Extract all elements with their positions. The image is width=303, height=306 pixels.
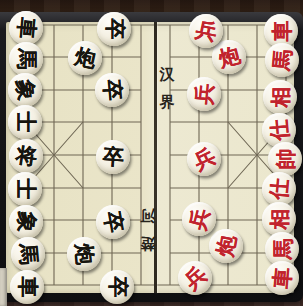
piece-black-horse-2[interactable]: 馬 (11, 237, 45, 271)
piece-black-advisor-1[interactable]: 士 (8, 105, 42, 139)
river-char: 界 (158, 94, 176, 110)
piece-glyph: 車 (11, 16, 41, 39)
piece-glyph: 卒 (103, 277, 131, 298)
piece-glyph: 象 (10, 78, 40, 101)
piece-red-soldier-4[interactable]: 兵 (182, 202, 216, 236)
piece-red-chariot-2[interactable]: 車 (265, 261, 299, 295)
piece-black-advisor-2[interactable]: 士 (8, 172, 42, 206)
piece-glyph: 兵 (193, 15, 219, 47)
piece-glyph: 車 (13, 277, 41, 298)
piece-black-horse-1[interactable]: 馬 (9, 42, 43, 76)
piece-glyph: 象 (11, 210, 41, 233)
piece-red-general[interactable]: 帥 (268, 142, 302, 176)
river-text-chuhe: 楚河 (139, 196, 157, 252)
piece-glyph: 将 (14, 141, 39, 172)
piece-glyph: 兵 (183, 205, 215, 233)
piece-glyph: 馬 (268, 239, 296, 260)
piece-black-cannon-2[interactable]: 炮 (67, 237, 101, 271)
piece-red-horse-1[interactable]: 馬 (265, 43, 299, 77)
piece-glyph: 兵 (189, 142, 220, 176)
piece-red-soldier-5[interactable]: 兵 (178, 261, 212, 295)
piece-black-soldier-5[interactable]: 卒 (100, 270, 134, 304)
piece-red-soldier-3[interactable]: 兵 (187, 142, 221, 176)
piece-glyph: 炮 (210, 233, 241, 259)
piece-red-advisor-2[interactable]: 仕 (262, 172, 296, 206)
piece-glyph: 卒 (97, 78, 127, 101)
piece-glyph: 炮 (69, 242, 99, 265)
piece-black-soldier-3[interactable]: 卒 (96, 140, 130, 174)
river-text-hanjie: 汉界 (158, 66, 176, 122)
board-grid (0, 0, 303, 306)
piece-red-elephant-1[interactable]: 相 (263, 80, 297, 114)
piece-glyph: 馬 (12, 49, 40, 70)
piece-glyph: 帥 (271, 149, 299, 170)
piece-glyph: 馬 (267, 48, 297, 71)
piece-glyph: 卒 (97, 209, 128, 235)
piece-glyph: 仕 (264, 177, 294, 200)
piece-red-elephant-2[interactable]: 相 (262, 202, 296, 236)
piece-glyph: 馬 (13, 242, 43, 265)
river-char: 河 (139, 208, 157, 224)
piece-black-cannon-1[interactable]: 炮 (68, 41, 102, 75)
piece-black-elephant-2[interactable]: 象 (9, 205, 43, 239)
piece-red-cannon-2[interactable]: 炮 (209, 229, 243, 263)
piece-glyph: 車 (267, 266, 297, 289)
piece-glyph: 炮 (72, 42, 98, 74)
piece-glyph: 士 (11, 112, 39, 133)
piece-black-soldier-4[interactable]: 卒 (96, 205, 130, 239)
piece-red-soldier-2[interactable]: 兵 (187, 77, 221, 111)
piece-glyph: 兵 (189, 82, 219, 105)
piece-black-general[interactable]: 将 (9, 139, 43, 173)
piece-glyph: 卒 (100, 19, 128, 40)
piece-glyph: 相 (266, 87, 294, 108)
piece-glyph: 卒 (102, 142, 125, 171)
piece-black-soldier-2[interactable]: 卒 (95, 73, 129, 107)
xiangqi-photo-scene: 汉界 楚河 車馬象士将士象馬車炮炮卒卒卒卒卒車馬相仕帥仕相馬車炮炮兵兵兵兵兵 (0, 0, 303, 306)
piece-red-soldier-1[interactable]: 兵 (189, 14, 223, 48)
piece-black-chariot-2[interactable]: 車 (10, 270, 44, 304)
river-char: 汉 (158, 66, 176, 82)
piece-red-cannon-1[interactable]: 炮 (212, 40, 246, 74)
piece-glyph: 士 (11, 179, 39, 200)
piece-glyph: 相 (265, 209, 293, 230)
piece-glyph: 車 (267, 21, 295, 42)
piece-black-elephant-1[interactable]: 象 (8, 73, 42, 107)
piece-black-soldier-1[interactable]: 卒 (97, 12, 131, 46)
piece-glyph: 仕 (264, 118, 294, 141)
river-char: 楚 (139, 236, 157, 252)
piece-black-chariot-1[interactable]: 車 (9, 11, 43, 45)
piece-glyph: 炮 (215, 41, 243, 73)
